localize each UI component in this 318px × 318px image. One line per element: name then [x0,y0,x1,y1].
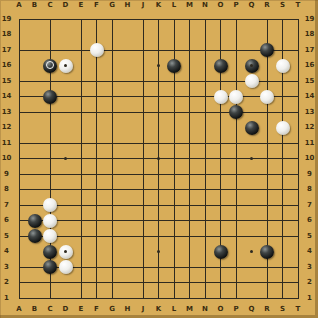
column-label: P [228,306,244,313]
column-label: P [228,2,244,9]
white-stone-C7[interactable] [43,198,57,212]
column-label: K [151,2,167,9]
column-label: R [259,306,275,313]
white-stone-S12[interactable] [276,121,290,135]
column-label: J [135,2,151,9]
column-label: S [275,306,291,313]
column-label: J [135,306,151,313]
black-stone-O16[interactable] [214,59,228,73]
white-stone-C6[interactable] [43,214,57,228]
star-point [250,64,253,67]
star-point [250,250,253,253]
column-label: Q [244,2,260,9]
column-labels-top: ABCDEFGHJKLMNOPQRST [11,2,306,9]
black-stone-C16[interactable] [43,59,57,73]
white-stone-C5[interactable] [43,229,57,243]
black-stone-Q12[interactable] [245,121,259,135]
column-label: E [73,306,89,313]
column-label: Q [244,306,260,313]
star-point [157,157,160,160]
column-label: L [166,2,182,9]
column-label: N [197,2,213,9]
column-label: H [120,306,136,313]
column-label: E [73,2,89,9]
go-board[interactable]: ABCDEFGHJKLMNOPQRST ABCDEFGHJKLMNOPQRST … [0,0,318,318]
white-stone-F17[interactable] [90,43,104,57]
white-stone-O14[interactable] [214,90,228,104]
column-label: O [213,2,229,9]
black-stone-C4[interactable] [43,245,57,259]
white-stone-R14[interactable] [260,90,274,104]
column-label: B [27,2,43,9]
column-label: R [259,2,275,9]
white-stone-Q15[interactable] [245,74,259,88]
column-label: T [290,306,306,313]
column-label: G [104,2,120,9]
column-label: D [58,306,74,313]
column-label: D [58,2,74,9]
star-point [157,250,160,253]
column-label: S [275,2,291,9]
black-stone-L16[interactable] [167,59,181,73]
star-point [64,64,67,67]
black-stone-O4[interactable] [214,245,228,259]
column-label: M [182,2,198,9]
column-label: L [166,306,182,313]
star-point [157,64,160,67]
column-label: H [120,2,136,9]
last-move-marker [46,61,54,69]
black-stone-R4[interactable] [260,245,274,259]
black-stone-C14[interactable] [43,90,57,104]
column-label: G [104,306,120,313]
black-stone-R17[interactable] [260,43,274,57]
column-label: A [11,2,27,9]
column-label: A [11,306,27,313]
white-stone-S16[interactable] [276,59,290,73]
column-label: O [213,306,229,313]
black-stone-C3[interactable] [43,260,57,274]
column-label: F [89,306,105,313]
column-label: K [151,306,167,313]
black-stone-B5[interactable] [28,229,42,243]
column-label: B [27,306,43,313]
star-point [250,157,253,160]
star-point [64,250,67,253]
black-stone-B6[interactable] [28,214,42,228]
column-label: C [42,2,58,9]
column-label: C [42,306,58,313]
star-point [64,157,67,160]
column-labels-bottom: ABCDEFGHJKLMNOPQRST [11,306,306,313]
column-label: F [89,2,105,9]
column-label: N [197,306,213,313]
white-stone-P14[interactable] [229,90,243,104]
column-label: M [182,306,198,313]
black-stone-P13[interactable] [229,105,243,119]
column-label: T [290,2,306,9]
white-stone-D3[interactable] [59,260,73,274]
